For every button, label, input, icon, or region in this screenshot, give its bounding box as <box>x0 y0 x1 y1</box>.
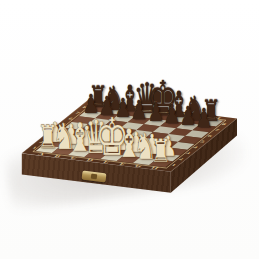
black-pawn-f7[interactable]: ♟ <box>163 101 180 127</box>
black-pawn-e7[interactable]: ♟ <box>147 99 164 125</box>
white-rook-h1[interactable]: ♜ <box>151 135 172 167</box>
black-pawn-g7[interactable]: ♟ <box>179 103 196 129</box>
clasp-pin <box>91 174 98 180</box>
black-pawn-h7[interactable]: ♟ <box>196 105 213 131</box>
chess-set-photo: ABCDEFGH ABCDEFGH 87654321 87654321 ♜♞♝♛… <box>0 0 259 259</box>
